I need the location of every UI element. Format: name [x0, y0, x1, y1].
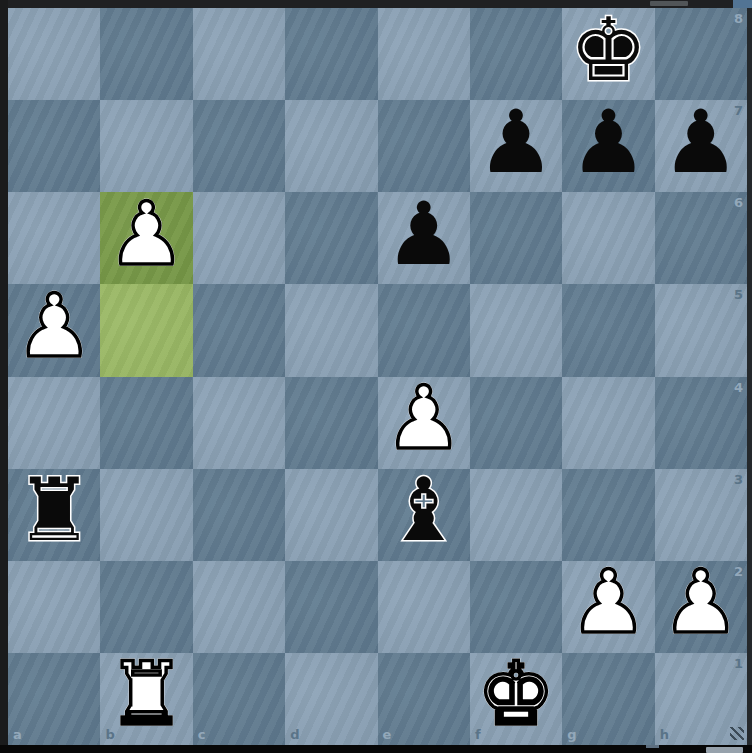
king-glyph: ♚ [470, 649, 562, 741]
square-c8[interactable] [193, 8, 285, 100]
pawn-glyph: ♟ [562, 557, 654, 649]
black-king[interactable]: ♚♚ [562, 8, 654, 100]
white-pawn[interactable]: ♟♟ [562, 561, 654, 653]
bishop-glyph: ♝ [378, 465, 470, 557]
square-e4[interactable]: ♟♟ [378, 377, 470, 469]
square-b5[interactable] [100, 284, 192, 376]
file-label-b: b [105, 728, 114, 741]
left-frame [0, 0, 8, 753]
square-f7[interactable]: ♟♟ [470, 100, 562, 192]
square-g2[interactable]: ♟♟ [562, 561, 654, 653]
rank-label-8: 8 [734, 12, 743, 25]
square-f8[interactable] [470, 8, 562, 100]
pawn-glyph: ♟ [470, 96, 562, 188]
clock-fragment [706, 747, 743, 753]
top-edge-ui-fragment-gray [650, 1, 688, 6]
rank-label-4: 4 [734, 381, 743, 394]
square-e6[interactable]: ♟♟ [378, 192, 470, 284]
square-d5[interactable] [285, 284, 377, 376]
square-f1[interactable]: f♚♚ [470, 653, 562, 745]
square-c5[interactable] [193, 284, 285, 376]
square-a7[interactable] [8, 100, 100, 192]
white-pawn[interactable]: ♟♟ [100, 192, 192, 284]
black-pawn[interactable]: ♟♟ [470, 100, 562, 192]
black-rook[interactable]: ♜♜ [8, 469, 100, 561]
square-c2[interactable] [193, 561, 285, 653]
white-king[interactable]: ♚♚ [470, 653, 562, 745]
square-f3[interactable] [470, 469, 562, 561]
square-b1[interactable]: b♜♜ [100, 653, 192, 745]
square-d4[interactable] [285, 377, 377, 469]
square-e7[interactable] [378, 100, 470, 192]
rank-label-5: 5 [734, 288, 743, 301]
square-d2[interactable] [285, 561, 377, 653]
square-b6[interactable]: ♟♟ [100, 192, 192, 284]
bottom-edge-strip [0, 745, 752, 753]
white-pawn[interactable]: ♟♟ [8, 284, 100, 376]
square-e3[interactable]: ♝♝ [378, 469, 470, 561]
square-g5[interactable] [562, 284, 654, 376]
file-label-e: e [383, 728, 392, 741]
square-a1[interactable]: a [8, 653, 100, 745]
square-g6[interactable] [562, 192, 654, 284]
rank-label-2: 2 [734, 565, 743, 578]
pawn-glyph: ♟ [378, 188, 470, 280]
right-frame [747, 8, 752, 745]
square-g7[interactable]: ♟♟ [562, 100, 654, 192]
square-a4[interactable] [8, 377, 100, 469]
square-d1[interactable]: d [285, 653, 377, 745]
square-a6[interactable] [8, 192, 100, 284]
square-c4[interactable] [193, 377, 285, 469]
top-edge-ui-fragment-blue [733, 0, 752, 8]
black-bishop[interactable]: ♝♝ [378, 469, 470, 561]
square-c7[interactable] [193, 100, 285, 192]
square-h2[interactable]: 2♟♟ [655, 561, 747, 653]
pawn-glyph: ♟ [100, 188, 192, 280]
square-b8[interactable] [100, 8, 192, 100]
square-h1[interactable]: 1h [655, 653, 747, 745]
square-b4[interactable] [100, 377, 192, 469]
pawn-glyph: ♟ [378, 373, 470, 465]
rank-label-6: 6 [734, 196, 743, 209]
square-g8[interactable]: ♚♚ [562, 8, 654, 100]
square-e1[interactable]: e [378, 653, 470, 745]
square-h7[interactable]: 7♟♟ [655, 100, 747, 192]
square-b2[interactable] [100, 561, 192, 653]
square-e5[interactable] [378, 284, 470, 376]
square-b3[interactable] [100, 469, 192, 561]
file-label-f: f [475, 728, 481, 741]
square-h3[interactable]: 3 [655, 469, 747, 561]
square-a2[interactable] [8, 561, 100, 653]
square-e2[interactable] [378, 561, 470, 653]
square-d7[interactable] [285, 100, 377, 192]
file-label-a: a [13, 728, 22, 741]
rank-label-1: 1 [734, 657, 743, 670]
square-g1[interactable]: g [562, 653, 654, 745]
square-e8[interactable] [378, 8, 470, 100]
square-a3[interactable]: ♜♜ [8, 469, 100, 561]
black-pawn[interactable]: ♟♟ [378, 192, 470, 284]
square-f2[interactable] [470, 561, 562, 653]
rank-label-7: 7 [734, 104, 743, 117]
black-pawn[interactable]: ♟♟ [562, 100, 654, 192]
square-f6[interactable] [470, 192, 562, 284]
board-resize-handle-icon[interactable] [730, 727, 744, 740]
square-d3[interactable] [285, 469, 377, 561]
file-label-c: c [198, 728, 206, 741]
square-b7[interactable] [100, 100, 192, 192]
square-d6[interactable] [285, 192, 377, 284]
square-c6[interactable] [193, 192, 285, 284]
pawn-glyph: ♟ [8, 280, 100, 372]
king-glyph: ♚ [562, 4, 654, 96]
file-label-g: g [567, 728, 576, 741]
square-c1[interactable]: c [193, 653, 285, 745]
pawn-glyph: ♟ [562, 96, 654, 188]
square-h8[interactable]: 8 [655, 8, 747, 100]
rook-glyph: ♜ [8, 465, 100, 557]
file-label-h: h [660, 728, 669, 741]
square-h5[interactable]: 5 [655, 284, 747, 376]
square-c3[interactable] [193, 469, 285, 561]
square-f4[interactable] [470, 377, 562, 469]
clock-fragment [646, 745, 659, 748]
chess-board[interactable]: ♚♚8♟♟♟♟7♟♟♟♟♟♟6♟♟5♟♟4♜♜♝♝3♟♟2♟♟ab♜♜cdef♚… [8, 8, 747, 745]
square-f5[interactable] [470, 284, 562, 376]
white-pawn[interactable]: ♟♟ [378, 377, 470, 469]
square-h6[interactable]: 6 [655, 192, 747, 284]
square-g3[interactable] [562, 469, 654, 561]
square-a5[interactable]: ♟♟ [8, 284, 100, 376]
file-label-d: d [290, 728, 299, 741]
rank-label-3: 3 [734, 473, 743, 486]
square-a8[interactable] [8, 8, 100, 100]
square-h4[interactable]: 4 [655, 377, 747, 469]
square-d8[interactable] [285, 8, 377, 100]
square-g4[interactable] [562, 377, 654, 469]
